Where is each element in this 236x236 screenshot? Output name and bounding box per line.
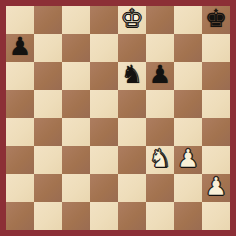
square-h3[interactable] <box>202 146 230 174</box>
square-g2[interactable] <box>174 174 202 202</box>
square-e5[interactable] <box>118 90 146 118</box>
square-e2[interactable] <box>118 174 146 202</box>
square-c8[interactable] <box>62 6 90 34</box>
square-c4[interactable] <box>62 118 90 146</box>
piece-white-pawn: ♟ <box>177 145 199 173</box>
square-a7[interactable]: ♟ <box>6 34 34 62</box>
square-a8[interactable] <box>6 6 34 34</box>
square-d2[interactable] <box>90 174 118 202</box>
square-h8[interactable]: ♚ <box>202 6 230 34</box>
square-g5[interactable] <box>174 90 202 118</box>
square-e6[interactable]: ♞ <box>118 62 146 90</box>
square-h1[interactable] <box>202 202 230 230</box>
square-g1[interactable] <box>174 202 202 230</box>
square-f6[interactable]: ♟ <box>146 62 174 90</box>
piece-black-pawn: ♟ <box>149 61 171 89</box>
square-c7[interactable] <box>62 34 90 62</box>
square-b2[interactable] <box>34 174 62 202</box>
piece-white-knight: ♞ <box>149 145 171 173</box>
square-d4[interactable] <box>90 118 118 146</box>
square-a6[interactable] <box>6 62 34 90</box>
piece-black-pawn: ♟ <box>9 33 31 61</box>
square-g7[interactable] <box>174 34 202 62</box>
square-b8[interactable] <box>34 6 62 34</box>
square-h5[interactable] <box>202 90 230 118</box>
square-d3[interactable] <box>90 146 118 174</box>
piece-white-pawn: ♟ <box>205 173 227 201</box>
square-e8[interactable]: ♚ <box>118 6 146 34</box>
square-d8[interactable] <box>90 6 118 34</box>
square-g6[interactable] <box>174 62 202 90</box>
square-g8[interactable] <box>174 6 202 34</box>
square-c6[interactable] <box>62 62 90 90</box>
square-e1[interactable] <box>118 202 146 230</box>
square-a1[interactable] <box>6 202 34 230</box>
square-d5[interactable] <box>90 90 118 118</box>
square-a4[interactable] <box>6 118 34 146</box>
chess-board: ♚♚♟♞♟♞♟♟ <box>6 6 230 230</box>
square-h2[interactable]: ♟ <box>202 174 230 202</box>
square-b5[interactable] <box>34 90 62 118</box>
square-f3[interactable]: ♞ <box>146 146 174 174</box>
square-f5[interactable] <box>146 90 174 118</box>
square-d6[interactable] <box>90 62 118 90</box>
square-f7[interactable] <box>146 34 174 62</box>
square-g3[interactable]: ♟ <box>174 146 202 174</box>
square-e7[interactable] <box>118 34 146 62</box>
square-h7[interactable] <box>202 34 230 62</box>
square-g4[interactable] <box>174 118 202 146</box>
square-h6[interactable] <box>202 62 230 90</box>
square-d1[interactable] <box>90 202 118 230</box>
square-a3[interactable] <box>6 146 34 174</box>
square-h4[interactable] <box>202 118 230 146</box>
square-a5[interactable] <box>6 90 34 118</box>
piece-black-king: ♚ <box>205 5 227 33</box>
square-e3[interactable] <box>118 146 146 174</box>
square-f1[interactable] <box>146 202 174 230</box>
square-c1[interactable] <box>62 202 90 230</box>
square-f8[interactable] <box>146 6 174 34</box>
square-c2[interactable] <box>62 174 90 202</box>
square-b7[interactable] <box>34 34 62 62</box>
piece-white-king: ♚ <box>121 5 143 33</box>
chess-board-frame: ♚♚♟♞♟♞♟♟ <box>0 0 236 236</box>
square-c3[interactable] <box>62 146 90 174</box>
piece-black-knight: ♞ <box>121 61 143 89</box>
square-b3[interactable] <box>34 146 62 174</box>
square-f2[interactable] <box>146 174 174 202</box>
square-a2[interactable] <box>6 174 34 202</box>
square-f4[interactable] <box>146 118 174 146</box>
square-d7[interactable] <box>90 34 118 62</box>
square-b4[interactable] <box>34 118 62 146</box>
square-b1[interactable] <box>34 202 62 230</box>
square-b6[interactable] <box>34 62 62 90</box>
square-e4[interactable] <box>118 118 146 146</box>
square-c5[interactable] <box>62 90 90 118</box>
